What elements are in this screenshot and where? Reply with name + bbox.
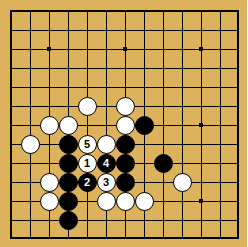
intersection <box>97 78 116 97</box>
black-stone <box>59 154 78 173</box>
intersection <box>154 116 173 135</box>
intersection <box>59 154 78 173</box>
black-stone <box>116 154 135 173</box>
white-stone <box>173 173 192 192</box>
intersection <box>116 21 135 40</box>
intersection <box>173 78 192 97</box>
intersection <box>154 230 173 247</box>
intersection <box>2 135 21 154</box>
intersection <box>21 59 40 78</box>
intersection <box>135 135 154 154</box>
intersection <box>173 21 192 40</box>
intersection <box>2 173 21 192</box>
intersection <box>40 154 59 173</box>
black-stone <box>59 173 78 192</box>
intersection <box>173 211 192 230</box>
intersection <box>116 173 135 192</box>
intersection <box>154 154 173 173</box>
intersection <box>78 78 97 97</box>
intersection <box>21 192 40 211</box>
intersection <box>230 154 248 173</box>
intersection <box>154 2 173 21</box>
intersection <box>173 192 192 211</box>
intersection <box>116 154 135 173</box>
intersection <box>2 154 21 173</box>
intersection <box>59 21 78 40</box>
intersection <box>135 40 154 59</box>
intersection <box>211 97 230 116</box>
intersection <box>2 21 21 40</box>
intersection <box>97 21 116 40</box>
intersection <box>116 97 135 116</box>
intersection <box>78 211 97 230</box>
intersection <box>154 135 173 154</box>
intersection <box>78 21 97 40</box>
intersection <box>59 97 78 116</box>
intersection <box>2 78 21 97</box>
intersection <box>21 116 40 135</box>
intersection <box>59 116 78 135</box>
intersection <box>192 135 211 154</box>
intersection <box>192 211 211 230</box>
intersection <box>59 59 78 78</box>
white-stone <box>116 192 135 211</box>
intersection <box>40 211 59 230</box>
intersection <box>97 230 116 247</box>
intersection <box>211 116 230 135</box>
white-stone-move-1: 1 <box>78 154 97 173</box>
intersection <box>192 97 211 116</box>
intersection <box>78 230 97 247</box>
intersection <box>211 211 230 230</box>
intersection <box>21 78 40 97</box>
intersection <box>116 2 135 21</box>
intersection <box>230 192 248 211</box>
intersection <box>116 59 135 78</box>
intersection <box>154 97 173 116</box>
intersection <box>21 2 40 21</box>
white-stone <box>116 116 135 135</box>
intersection <box>211 59 230 78</box>
intersection <box>2 97 21 116</box>
intersection <box>230 40 248 59</box>
intersection <box>116 40 135 59</box>
intersection <box>40 173 59 192</box>
intersection <box>230 116 248 135</box>
intersection <box>154 40 173 59</box>
intersection <box>40 21 59 40</box>
intersection: 1 <box>78 154 97 173</box>
intersection <box>97 116 116 135</box>
intersection <box>192 59 211 78</box>
go-diagram: 51423 <box>0 0 247 247</box>
intersection <box>135 97 154 116</box>
intersection <box>59 78 78 97</box>
black-stone <box>59 192 78 211</box>
intersection <box>40 135 59 154</box>
intersection <box>173 173 192 192</box>
intersection <box>59 192 78 211</box>
intersection <box>211 230 230 247</box>
intersection <box>97 211 116 230</box>
intersection <box>173 154 192 173</box>
intersection <box>97 2 116 21</box>
intersection <box>230 211 248 230</box>
intersection <box>40 97 59 116</box>
intersection <box>59 40 78 59</box>
intersection <box>211 135 230 154</box>
intersection: 4 <box>97 154 116 173</box>
intersection <box>21 40 40 59</box>
intersection <box>97 40 116 59</box>
black-stone <box>154 154 173 173</box>
intersection <box>97 192 116 211</box>
intersection <box>211 2 230 21</box>
intersection <box>211 21 230 40</box>
intersection <box>192 154 211 173</box>
intersection <box>78 40 97 59</box>
intersection <box>192 2 211 21</box>
intersection <box>230 173 248 192</box>
black-stone <box>59 211 78 230</box>
intersection <box>192 21 211 40</box>
intersection <box>97 135 116 154</box>
intersection <box>135 230 154 247</box>
intersection <box>230 230 248 247</box>
intersection <box>135 21 154 40</box>
intersection <box>116 230 135 247</box>
intersection <box>135 211 154 230</box>
black-stone <box>59 135 78 154</box>
intersection <box>135 192 154 211</box>
intersection <box>211 154 230 173</box>
white-stone <box>116 97 135 116</box>
intersection <box>116 192 135 211</box>
intersection <box>154 211 173 230</box>
intersection: 2 <box>78 173 97 192</box>
intersection <box>40 40 59 59</box>
intersection <box>21 135 40 154</box>
intersection <box>97 59 116 78</box>
intersection <box>40 59 59 78</box>
intersection <box>230 78 248 97</box>
intersection <box>78 2 97 21</box>
intersection <box>21 97 40 116</box>
intersection <box>135 173 154 192</box>
intersection <box>192 116 211 135</box>
intersection <box>2 230 21 247</box>
intersection <box>211 78 230 97</box>
intersection <box>59 173 78 192</box>
intersection <box>78 192 97 211</box>
intersection <box>173 116 192 135</box>
black-stone <box>116 173 135 192</box>
intersection <box>40 192 59 211</box>
intersection <box>173 97 192 116</box>
intersection <box>135 59 154 78</box>
intersection <box>40 116 59 135</box>
intersection <box>230 97 248 116</box>
intersection <box>2 211 21 230</box>
intersection <box>116 135 135 154</box>
black-stone-move-4: 4 <box>97 154 116 173</box>
intersection <box>230 59 248 78</box>
black-stone <box>116 135 135 154</box>
white-stone <box>78 97 97 116</box>
intersection <box>135 116 154 135</box>
white-stone <box>59 116 78 135</box>
intersection <box>116 211 135 230</box>
intersection <box>230 21 248 40</box>
black-stone-move-2: 2 <box>78 173 97 192</box>
intersection <box>173 230 192 247</box>
intersection <box>40 78 59 97</box>
intersection <box>192 192 211 211</box>
intersection <box>2 192 21 211</box>
intersection <box>40 2 59 21</box>
intersection <box>192 78 211 97</box>
intersection <box>154 192 173 211</box>
intersection <box>2 40 21 59</box>
intersection <box>59 211 78 230</box>
intersection <box>2 2 21 21</box>
intersection <box>135 154 154 173</box>
intersection: 3 <box>97 173 116 192</box>
white-stone <box>97 135 116 154</box>
intersection <box>211 192 230 211</box>
intersection <box>211 173 230 192</box>
intersection <box>2 59 21 78</box>
intersection <box>173 135 192 154</box>
intersection <box>230 2 248 21</box>
intersection <box>192 230 211 247</box>
intersection <box>135 2 154 21</box>
intersection <box>59 135 78 154</box>
intersection <box>173 2 192 21</box>
intersection <box>173 40 192 59</box>
intersection <box>135 78 154 97</box>
intersection <box>192 173 211 192</box>
white-stone <box>21 135 40 154</box>
intersection <box>59 2 78 21</box>
white-stone <box>40 192 59 211</box>
intersection <box>78 116 97 135</box>
intersection <box>59 230 78 247</box>
intersection <box>78 59 97 78</box>
black-stone <box>135 116 154 135</box>
intersection <box>154 59 173 78</box>
intersection <box>154 173 173 192</box>
intersection <box>211 40 230 59</box>
intersection <box>21 211 40 230</box>
white-stone <box>40 173 59 192</box>
intersection <box>154 78 173 97</box>
intersection <box>40 230 59 247</box>
intersection <box>116 78 135 97</box>
intersection <box>173 59 192 78</box>
intersection: 5 <box>78 135 97 154</box>
intersection <box>192 40 211 59</box>
intersection <box>21 154 40 173</box>
intersection <box>154 21 173 40</box>
intersection <box>2 116 21 135</box>
intersection <box>21 21 40 40</box>
white-stone <box>97 192 116 211</box>
white-stone-move-5: 5 <box>78 135 97 154</box>
white-stone-move-3: 3 <box>97 173 116 192</box>
white-stone <box>40 116 59 135</box>
go-board: 51423 <box>2 2 248 247</box>
intersection <box>230 135 248 154</box>
intersection <box>21 173 40 192</box>
white-stone <box>135 192 154 211</box>
intersection <box>78 97 97 116</box>
intersection <box>116 116 135 135</box>
intersection <box>97 97 116 116</box>
intersection <box>21 230 40 247</box>
